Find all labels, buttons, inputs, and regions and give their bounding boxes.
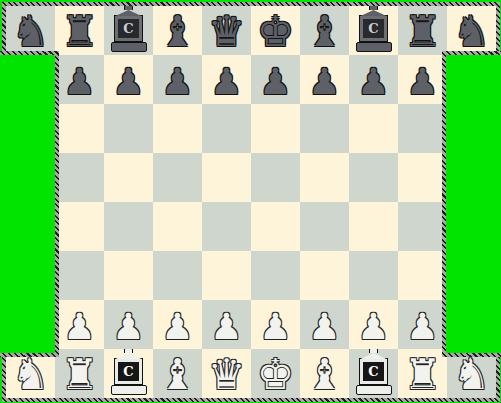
square-i2[interactable]: ♟	[398, 300, 447, 349]
black-pawn[interactable]: ♟	[308, 60, 340, 104]
board-grid: ♞♜C♝♛♚♝C♜♞♟♟♟♟♟♟♟♟♟♟♟♟♟♟♟♟♞♜C♝♛♚♝C♜♞	[6, 6, 496, 398]
white-champion[interactable]: C	[356, 349, 392, 398]
square-e3[interactable]	[202, 251, 251, 300]
square-g8[interactable]: ♝	[300, 6, 349, 55]
champion-knob	[124, 349, 133, 353]
square-h8[interactable]: C	[349, 6, 398, 55]
white-pawn[interactable]: ♟	[210, 305, 242, 349]
game-canvas: ♞♜C♝♛♚♝C♜♞♟♟♟♟♟♟♟♟♟♟♟♟♟♟♟♟♞♜C♝♛♚♝C♜♞	[0, 0, 501, 403]
black-rook[interactable]: ♜	[404, 8, 442, 55]
square-b7[interactable]: ♟	[55, 55, 104, 104]
square-h5[interactable]	[349, 153, 398, 202]
square-d5[interactable]	[153, 153, 202, 202]
champion-letter: C	[368, 364, 378, 379]
left-board-cutout	[0, 51, 59, 357]
white-pawn[interactable]: ♟	[161, 305, 193, 349]
square-h6[interactable]	[349, 104, 398, 153]
square-b1[interactable]: ♜	[55, 349, 104, 398]
square-d8[interactable]: ♝	[153, 6, 202, 55]
square-c4[interactable]	[104, 202, 153, 251]
square-i3[interactable]	[398, 251, 447, 300]
square-f7[interactable]: ♟	[251, 55, 300, 104]
square-b3[interactable]	[55, 251, 104, 300]
square-g7[interactable]: ♟	[300, 55, 349, 104]
square-c1[interactable]: C	[104, 349, 153, 398]
white-bishop[interactable]: ♝	[159, 351, 197, 398]
white-champion[interactable]: C	[111, 349, 147, 398]
chess-board: ♞♜C♝♛♚♝C♜♞♟♟♟♟♟♟♟♟♟♟♟♟♟♟♟♟♞♜C♝♛♚♝C♜♞	[2, 2, 500, 402]
black-pawn[interactable]: ♟	[112, 60, 144, 104]
champion-base	[111, 42, 147, 52]
square-b8[interactable]: ♜	[55, 6, 104, 55]
square-h3[interactable]	[349, 251, 398, 300]
black-pawn[interactable]: ♟	[259, 60, 291, 104]
square-c5[interactable]	[104, 153, 153, 202]
champion-knob	[369, 6, 378, 10]
black-queen[interactable]: ♛	[208, 8, 246, 55]
square-d3[interactable]	[153, 251, 202, 300]
white-knight[interactable]: ♞	[453, 351, 491, 398]
white-rook[interactable]: ♜	[61, 351, 99, 398]
black-king[interactable]: ♚	[257, 8, 295, 55]
champion-letter: C	[123, 364, 133, 379]
champion-letter: C	[368, 21, 378, 36]
square-e8[interactable]: ♛	[202, 6, 251, 55]
square-h7[interactable]: ♟	[349, 55, 398, 104]
white-king[interactable]: ♚	[257, 351, 295, 398]
square-f8[interactable]: ♚	[251, 6, 300, 55]
square-e1[interactable]: ♛	[202, 349, 251, 398]
black-pawn[interactable]: ♟	[406, 60, 438, 104]
white-pawn[interactable]: ♟	[112, 305, 144, 349]
square-g3[interactable]	[300, 251, 349, 300]
square-f5[interactable]	[251, 153, 300, 202]
square-f6[interactable]	[251, 104, 300, 153]
champion-window: C	[115, 359, 142, 384]
white-knight[interactable]: ♞	[12, 351, 50, 398]
square-j8[interactable]: ♞	[447, 6, 496, 55]
white-rook[interactable]: ♜	[404, 351, 442, 398]
white-pawn[interactable]: ♟	[308, 305, 340, 349]
champion-window: C	[360, 16, 387, 41]
champion-knob	[369, 349, 378, 353]
square-i7[interactable]: ♟	[398, 55, 447, 104]
square-c3[interactable]	[104, 251, 153, 300]
black-champion[interactable]: C	[111, 6, 147, 55]
champion-roof	[361, 353, 387, 359]
white-pawn[interactable]: ♟	[357, 305, 389, 349]
black-rook[interactable]: ♜	[61, 8, 99, 55]
white-bishop[interactable]: ♝	[306, 351, 344, 398]
square-e5[interactable]	[202, 153, 251, 202]
champion-roof	[116, 353, 142, 359]
square-c7[interactable]: ♟	[104, 55, 153, 104]
champion-knob	[124, 6, 133, 10]
black-bishop[interactable]: ♝	[306, 8, 344, 55]
black-champion[interactable]: C	[356, 6, 392, 55]
champion-base	[356, 42, 392, 52]
white-pawn[interactable]: ♟	[406, 305, 438, 349]
champion-roof	[116, 10, 142, 16]
square-a8[interactable]: ♞	[6, 6, 55, 55]
square-c8[interactable]: C	[104, 6, 153, 55]
square-g4[interactable]	[300, 202, 349, 251]
square-g6[interactable]	[300, 104, 349, 153]
champion-window: C	[360, 359, 387, 384]
square-f1[interactable]: ♚	[251, 349, 300, 398]
square-g1[interactable]: ♝	[300, 349, 349, 398]
square-f3[interactable]	[251, 251, 300, 300]
square-e6[interactable]	[202, 104, 251, 153]
square-b4[interactable]	[55, 202, 104, 251]
square-d2[interactable]: ♟	[153, 300, 202, 349]
black-pawn[interactable]: ♟	[63, 60, 95, 104]
square-g5[interactable]	[300, 153, 349, 202]
square-e7[interactable]: ♟	[202, 55, 251, 104]
square-d4[interactable]	[153, 202, 202, 251]
square-h4[interactable]	[349, 202, 398, 251]
square-i5[interactable]	[398, 153, 447, 202]
square-d6[interactable]	[153, 104, 202, 153]
square-c2[interactable]: ♟	[104, 300, 153, 349]
square-e4[interactable]	[202, 202, 251, 251]
black-knight[interactable]: ♞	[453, 8, 491, 55]
black-pawn[interactable]: ♟	[210, 60, 242, 104]
square-e2[interactable]: ♟	[202, 300, 251, 349]
square-i8[interactable]: ♜	[398, 6, 447, 55]
black-bishop[interactable]: ♝	[159, 8, 197, 55]
square-h1[interactable]: C	[349, 349, 398, 398]
champion-base	[356, 385, 392, 395]
square-f2[interactable]: ♟	[251, 300, 300, 349]
black-pawn[interactable]: ♟	[161, 60, 193, 104]
champion-window: C	[115, 16, 142, 41]
right-board-cutout	[442, 51, 501, 357]
square-f4[interactable]	[251, 202, 300, 251]
square-h2[interactable]: ♟	[349, 300, 398, 349]
square-b6[interactable]	[55, 104, 104, 153]
white-pawn[interactable]: ♟	[63, 305, 95, 349]
square-i6[interactable]	[398, 104, 447, 153]
white-pawn[interactable]: ♟	[259, 305, 291, 349]
square-b2[interactable]: ♟	[55, 300, 104, 349]
champion-base	[111, 385, 147, 395]
square-i1[interactable]: ♜	[398, 349, 447, 398]
white-queen[interactable]: ♛	[208, 351, 246, 398]
black-pawn[interactable]: ♟	[357, 60, 389, 104]
square-i4[interactable]	[398, 202, 447, 251]
square-d1[interactable]: ♝	[153, 349, 202, 398]
square-c6[interactable]	[104, 104, 153, 153]
black-knight[interactable]: ♞	[12, 8, 50, 55]
champion-letter: C	[123, 21, 133, 36]
square-d7[interactable]: ♟	[153, 55, 202, 104]
square-b5[interactable]	[55, 153, 104, 202]
square-g2[interactable]: ♟	[300, 300, 349, 349]
champion-roof	[361, 10, 387, 16]
